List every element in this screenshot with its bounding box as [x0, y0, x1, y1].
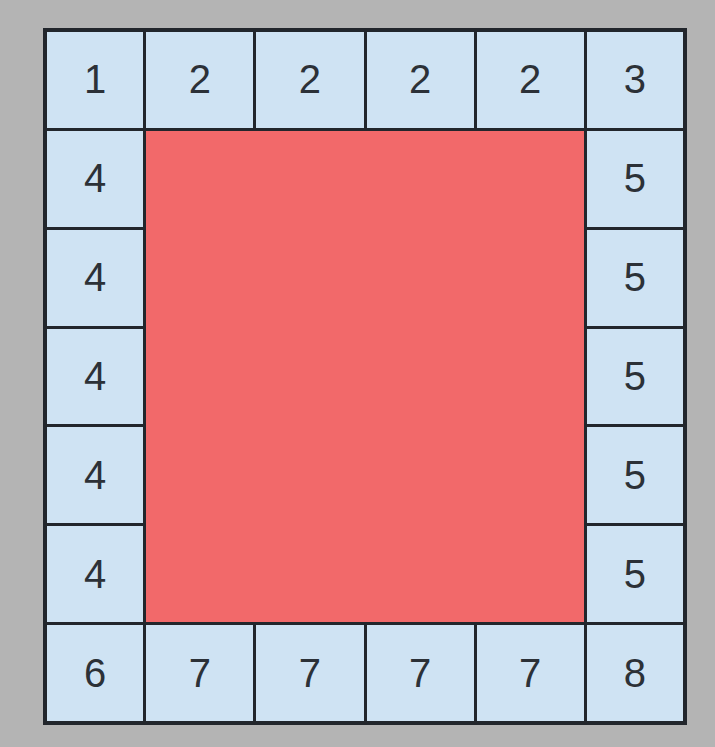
grid-cell-r6c6: 5 [587, 526, 683, 622]
grid-cell-r7c3: 7 [256, 625, 363, 721]
grid-cell-r1c5: 2 [477, 32, 584, 128]
grid-cell-r1c2: 2 [146, 32, 253, 128]
grid-cell-r7c5: 7 [477, 625, 584, 721]
grid-cell-r2c6: 5 [587, 131, 683, 227]
numbered-grid-board: 1222234545454545677778 [43, 28, 687, 725]
grid-cell-r5c1: 4 [47, 427, 143, 523]
grid-cell-r1c1: 1 [47, 32, 143, 128]
grid-cell-r7c6: 8 [587, 625, 683, 721]
grid-cell-r3c1: 4 [47, 230, 143, 326]
grid-cell-r2c1: 4 [47, 131, 143, 227]
grid-cell-r1c6: 3 [587, 32, 683, 128]
grid-cell-r4c6: 5 [587, 329, 683, 425]
grid-cell-r6c1: 4 [47, 526, 143, 622]
grid-cell-r4c1: 4 [47, 329, 143, 425]
grid-cell-r1c3: 2 [256, 32, 363, 128]
grid-cell-r7c2: 7 [146, 625, 253, 721]
grid-cell-r7c4: 7 [367, 625, 474, 721]
grid-cell-r3c6: 5 [587, 230, 683, 326]
red-center-region [146, 131, 584, 622]
grid-cell-r7c1: 6 [47, 625, 143, 721]
grid-cell-r5c6: 5 [587, 427, 683, 523]
grid-cell-r1c4: 2 [367, 32, 474, 128]
